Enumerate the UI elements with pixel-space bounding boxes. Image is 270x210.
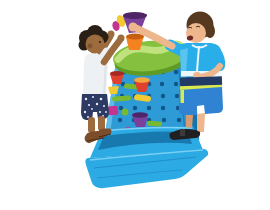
product-photo: [0, 0, 270, 210]
toddler-face: [86, 35, 105, 54]
toddler-far-hand: [108, 31, 115, 38]
magenta-piece: [108, 105, 119, 115]
held-purple-funnel-opening: [123, 12, 147, 19]
scene-svg: [0, 0, 270, 210]
toddler-ear: [88, 44, 93, 49]
toddler-near-leg: [88, 117, 95, 133]
purple-funnel-wall-opening: [132, 112, 148, 118]
green-ramp-3: [147, 121, 162, 127]
red-funnel-2-inner: [134, 77, 150, 83]
boy-far-leg: [186, 115, 193, 128]
toddler-near-hand: [118, 35, 125, 42]
boy-sandal-strap: [180, 129, 185, 136]
boy-near-leg: [197, 113, 205, 132]
boy-shorts-side-stripe: [181, 90, 185, 103]
boy-reach-hand: [129, 23, 138, 32]
green-knob: [122, 109, 129, 116]
red-funnel-1-opening: [110, 71, 124, 76]
toddler-eye: [99, 41, 101, 43]
